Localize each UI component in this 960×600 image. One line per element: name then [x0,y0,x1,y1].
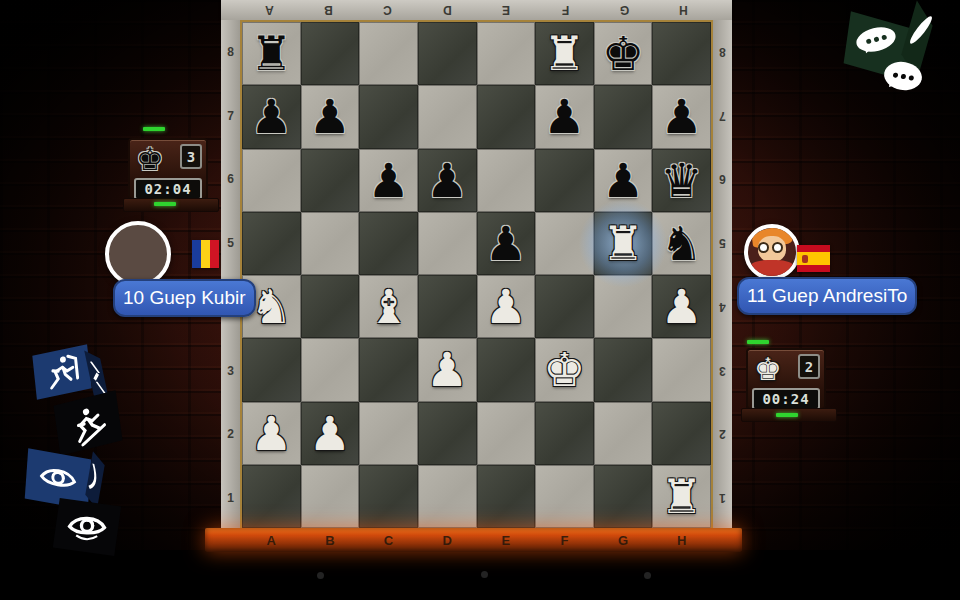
rank-label: 5 [221,211,240,275]
square-h7[interactable]: ♟ [652,85,711,148]
square-d7[interactable] [418,85,477,148]
piece-white-king[interactable]: ♚ [543,346,585,393]
piece-black-knight[interactable]: ♞ [661,220,703,267]
white-player-nameplate[interactable]: 11 Guep AndresiTo [737,277,917,315]
white-player-name: 11 Guep AndresiTo [747,285,907,307]
piece-black-pawn[interactable]: ♟ [602,157,644,204]
file-label: A [242,528,301,552]
square-e6[interactable] [477,149,536,212]
board-squares: ♜♜♚♟♟♟♟♟♟♟♛♟♜♞♞♝♟♟♟♚♟♟♜ [242,22,711,528]
square-f8[interactable]: ♜ [535,22,594,85]
square-f3[interactable]: ♚ [535,338,594,401]
piece-white-knight[interactable]: ♞ [250,283,292,330]
file-labels-top: ABCDEFGH [221,0,732,20]
piece-white-pawn[interactable]: ♟ [661,283,703,330]
white-clock-badge: 2 [798,354,820,379]
spain-flag-icon [797,245,830,272]
square-f7[interactable]: ♟ [535,85,594,148]
square-d6[interactable]: ♟ [418,149,477,212]
white-player-avatar[interactable] [744,224,800,280]
square-e4[interactable]: ♟ [477,275,536,338]
runner-exit-icon [61,395,115,450]
piece-black-pawn[interactable]: ♟ [426,157,468,204]
spectators-button[interactable] [22,446,122,551]
piece-black-pawn[interactable]: ♟ [309,93,351,140]
square-a1[interactable] [242,465,301,528]
piece-black-pawn[interactable]: ♟ [485,220,527,267]
rank-label: 7 [221,84,240,148]
piece-white-pawn[interactable]: ♟ [485,283,527,330]
square-h4[interactable]: ♟ [652,275,711,338]
avatar-jacket [750,260,794,278]
piece-black-queen[interactable]: ♛ [661,157,703,204]
runner-exit-icon-side [87,357,108,397]
turn-indicator-top [747,340,769,344]
file-label: F [535,528,594,552]
rank-label: 2 [713,403,732,467]
square-d1[interactable] [418,465,477,528]
square-a7[interactable]: ♟ [242,85,301,148]
square-d8[interactable] [418,22,477,85]
square-a8[interactable]: ♜ [242,22,301,85]
chat-bubble-icon [882,59,924,93]
rank-label: 3 [713,339,732,403]
rank-label: 1 [713,466,732,530]
exit-game-button[interactable] [28,346,123,451]
piece-white-bishop[interactable]: ♝ [367,283,409,330]
file-label: C [359,528,418,552]
square-d4[interactable] [418,275,477,338]
square-h6[interactable]: ♛ [652,149,711,212]
square-f2[interactable] [535,402,594,465]
piece-black-pawn[interactable]: ♟ [250,93,292,140]
nav-home-dot[interactable] [481,571,488,578]
square-e2[interactable] [477,402,536,465]
square-d3[interactable]: ♟ [418,338,477,401]
piece-white-pawn[interactable]: ♟ [309,410,351,457]
square-f6[interactable] [535,149,594,212]
rank-label: 6 [713,148,732,212]
square-a3[interactable] [242,338,301,401]
square-b7[interactable]: ♟ [301,85,360,148]
avatar-glasses-icon [772,242,783,253]
square-e1[interactable] [477,465,536,528]
rank-label: 1 [221,466,240,530]
square-a6[interactable] [242,149,301,212]
square-e5[interactable]: ♟ [477,212,536,275]
turn-indicator-top [143,127,165,131]
square-e8[interactable] [477,22,536,85]
file-label: E [477,0,536,20]
board-frame: ♜♜♚♟♟♟♟♟♟♟♛♟♜♞♞♝♟♟♟♚♟♟♜ [240,20,713,530]
square-h3[interactable] [652,338,711,401]
square-b6[interactable] [301,149,360,212]
square-h2[interactable] [652,402,711,465]
nav-back-dot[interactable] [317,572,324,579]
turn-indicator-bottom [776,413,798,417]
rank-label: 7 [713,84,732,148]
black-clock-time: 02:04 [134,178,202,200]
file-label: H [654,0,713,20]
eye-icon [62,505,111,549]
piece-black-pawn[interactable]: ♟ [367,157,409,204]
rank-labels-left: 87654321 [221,20,240,530]
rank-label: 8 [221,20,240,84]
file-label: H [652,528,711,552]
square-h1[interactable]: ♜ [652,465,711,528]
square-b1[interactable] [301,465,360,528]
file-label: F [536,0,595,20]
square-b2[interactable]: ♟ [301,402,360,465]
rank-labels-right: 87654321 [713,20,732,530]
square-h5[interactable]: ♞ [652,212,711,275]
square-h8[interactable] [652,22,711,85]
turn-indicator-bottom [154,202,176,206]
file-label: C [358,0,417,20]
square-c4[interactable]: ♝ [359,275,418,338]
black-player-nameplate[interactable]: 10 Guep Kubir [113,279,256,317]
nav-recent-dot[interactable] [644,572,651,579]
square-f1[interactable] [535,465,594,528]
file-label: G [595,0,654,20]
file-labels-bottom-bar: ABCDEFGH [205,528,742,552]
square-g4[interactable] [594,275,653,338]
square-g6[interactable]: ♟ [594,149,653,212]
square-a5[interactable] [242,212,301,275]
rank-label: 8 [713,20,732,84]
rank-label: 6 [221,148,240,212]
piece-black-pawn[interactable]: ♟ [543,93,585,140]
bottom-black-strip [0,550,960,600]
piece-white-pawn[interactable]: ♟ [250,410,292,457]
square-c6[interactable]: ♟ [359,149,418,212]
square-c7[interactable] [359,85,418,148]
square-f5[interactable] [535,212,594,275]
rank-label: 4 [713,275,732,339]
black-clock-badge: 3 [180,144,202,169]
file-label: B [301,528,360,552]
piece-white-rook[interactable]: ♜ [602,220,644,267]
square-e3[interactable] [477,338,536,401]
rank-label: 3 [221,339,240,403]
file-label: D [417,0,476,20]
piece-black-pawn[interactable]: ♟ [661,93,703,140]
white-clock-time: 00:24 [752,388,820,410]
square-g8[interactable]: ♚ [594,22,653,85]
square-f4[interactable] [535,275,594,338]
square-c8[interactable] [359,22,418,85]
square-g3[interactable] [594,338,653,401]
square-d5[interactable] [418,212,477,275]
black-king-clock-icon: ♚ [136,143,164,175]
square-g5[interactable]: ♜ [594,212,653,275]
file-label: E [477,528,536,552]
square-b4[interactable] [301,275,360,338]
piece-black-king[interactable]: ♚ [602,30,644,77]
square-a2[interactable]: ♟ [242,402,301,465]
file-label: G [594,528,653,552]
black-player-name: 10 Guep Kubir [123,287,246,309]
square-e7[interactable] [477,85,536,148]
black-player-avatar[interactable] [105,221,171,287]
eye-icon-side [87,459,102,501]
romania-flag-icon [192,240,219,268]
square-a4[interactable]: ♞ [242,275,301,338]
file-label: B [299,0,358,20]
square-b5[interactable] [301,212,360,275]
chess-board: ABCDEFGH 87654321 87654321 ♜♜♚♟♟♟♟♟♟♟♛♟♜… [221,0,732,552]
piece-black-rook[interactable]: ♜ [250,30,292,77]
square-b8[interactable] [301,22,360,85]
square-g1[interactable] [594,465,653,528]
white-king-clock-icon: ♚ [754,353,782,385]
piece-white-pawn[interactable]: ♟ [426,346,468,393]
square-c2[interactable] [359,402,418,465]
square-c3[interactable] [359,338,418,401]
rank-label: 5 [713,211,732,275]
file-label: A [240,0,299,20]
piece-white-rook[interactable]: ♜ [543,30,585,77]
chat-button[interactable] [842,6,960,116]
eye-icon [33,455,83,503]
square-g2[interactable] [594,402,653,465]
rank-label: 2 [221,403,240,467]
piece-white-rook[interactable]: ♜ [661,473,703,520]
file-label: D [418,528,477,552]
square-c1[interactable] [359,465,418,528]
square-g7[interactable] [594,85,653,148]
square-b3[interactable] [301,338,360,401]
runner-exit-icon [43,350,82,393]
square-d2[interactable] [418,402,477,465]
square-c5[interactable] [359,212,418,275]
avatar-glasses-icon [758,242,769,253]
